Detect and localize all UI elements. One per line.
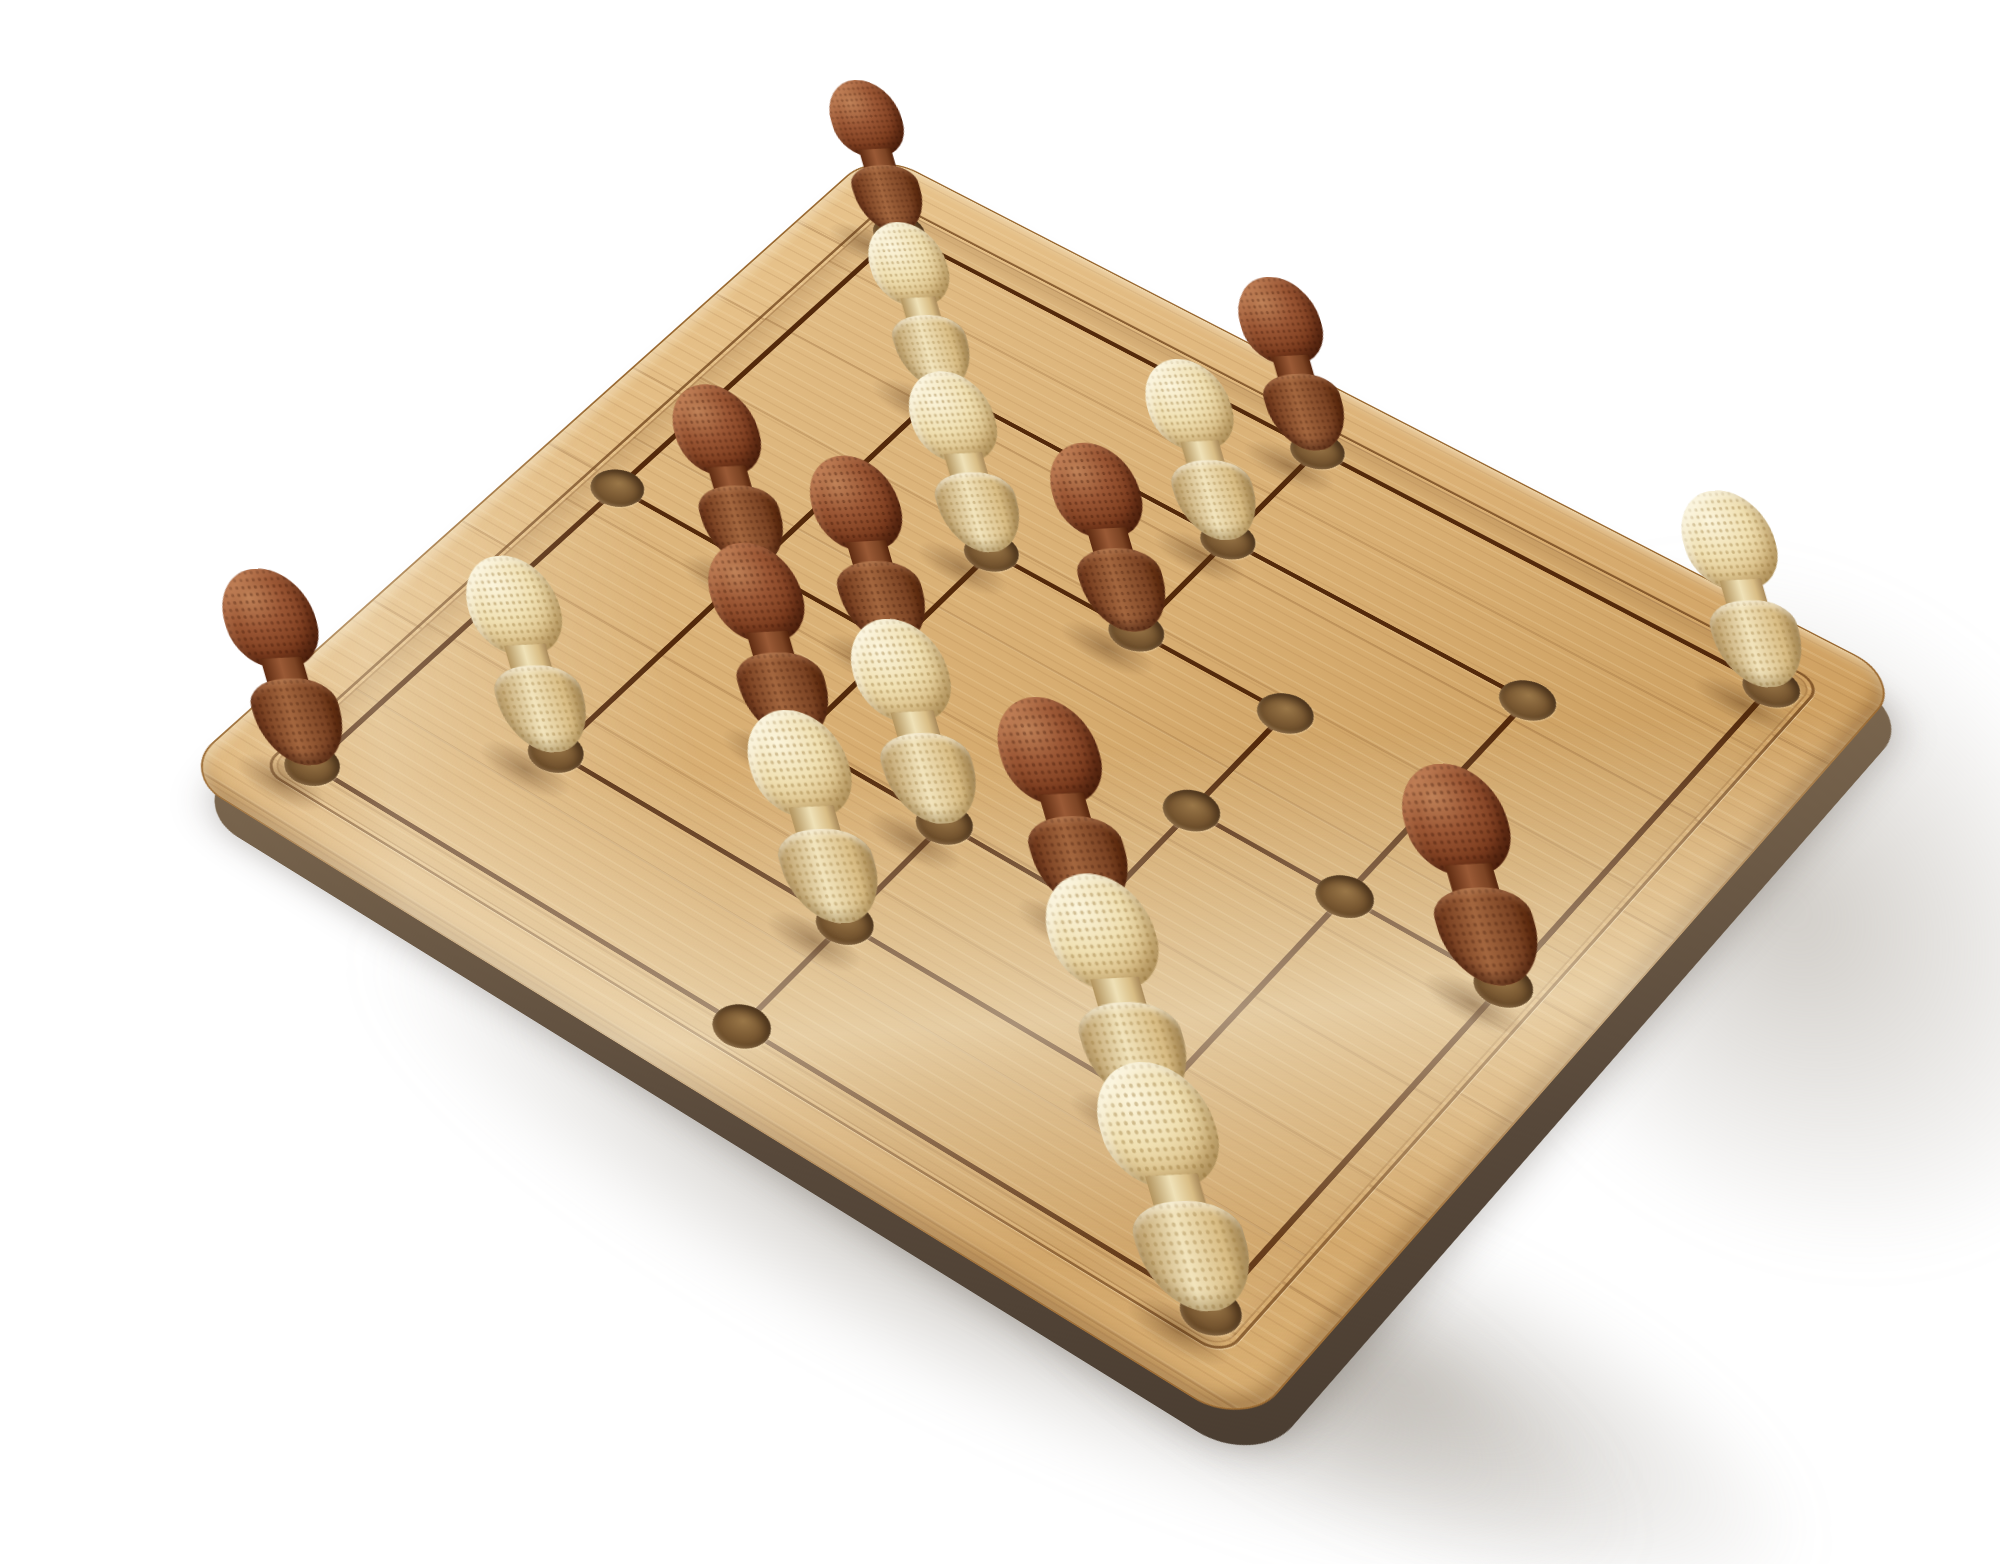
peg-base <box>928 470 1031 554</box>
peg-head <box>210 566 330 670</box>
peg-base <box>1703 598 1815 690</box>
peg-base <box>244 676 356 768</box>
peg-base <box>487 663 599 755</box>
board <box>178 150 1904 1430</box>
peg-base <box>1124 1198 1266 1314</box>
peg-base <box>1426 885 1552 988</box>
peg-base <box>1257 372 1356 453</box>
scene <box>0 0 2000 1546</box>
peg-head <box>820 78 913 159</box>
peg-base <box>770 827 891 926</box>
peg-base <box>1070 546 1177 634</box>
camera-warp <box>0 0 2000 1546</box>
